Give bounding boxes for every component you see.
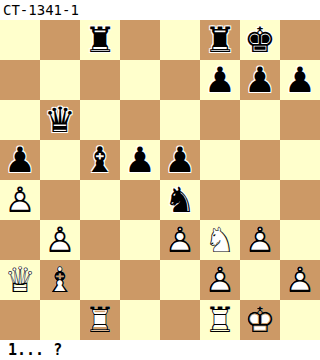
white-pawn[interactable]: ♟♙ bbox=[0, 180, 40, 220]
square-a4[interactable]: ♟♙ bbox=[0, 180, 40, 220]
square-f8[interactable]: ♜ bbox=[200, 20, 240, 60]
square-d8[interactable] bbox=[120, 20, 160, 60]
black-king[interactable]: ♚ bbox=[240, 20, 280, 60]
square-e5[interactable]: ♟ bbox=[160, 140, 200, 180]
square-d7[interactable] bbox=[120, 60, 160, 100]
square-h7[interactable]: ♟ bbox=[280, 60, 320, 100]
white-knight[interactable]: ♞♘ bbox=[200, 220, 240, 260]
square-g6[interactable] bbox=[240, 100, 280, 140]
square-g3[interactable]: ♟♙ bbox=[240, 220, 280, 260]
square-b2[interactable]: ♝♗ bbox=[40, 260, 80, 300]
white-rook[interactable]: ♜♖ bbox=[80, 300, 120, 340]
white-bishop[interactable]: ♝♗ bbox=[40, 260, 80, 300]
black-pawn[interactable]: ♟ bbox=[0, 140, 40, 180]
square-g8[interactable]: ♚ bbox=[240, 20, 280, 60]
black-pawn[interactable]: ♟ bbox=[280, 60, 320, 100]
move-prompt: 1... ? bbox=[0, 340, 320, 360]
square-f2[interactable]: ♟♙ bbox=[200, 260, 240, 300]
square-d3[interactable] bbox=[120, 220, 160, 260]
black-pawn[interactable]: ♟ bbox=[240, 60, 280, 100]
piece-outline: ♖ bbox=[200, 300, 240, 340]
square-h8[interactable] bbox=[280, 20, 320, 60]
black-rook[interactable]: ♜ bbox=[200, 20, 240, 60]
piece-outline: ♙ bbox=[280, 260, 320, 300]
square-h3[interactable] bbox=[280, 220, 320, 260]
square-h2[interactable]: ♟♙ bbox=[280, 260, 320, 300]
black-pawn[interactable]: ♟ bbox=[200, 60, 240, 100]
piece-fill: ♟ bbox=[240, 60, 280, 100]
piece-outline: ♙ bbox=[200, 260, 240, 300]
square-c6[interactable] bbox=[80, 100, 120, 140]
black-pawn[interactable]: ♟ bbox=[160, 140, 200, 180]
piece-fill: ♟ bbox=[200, 60, 240, 100]
piece-fill: ♜ bbox=[200, 20, 240, 60]
square-g2[interactable] bbox=[240, 260, 280, 300]
square-h4[interactable] bbox=[280, 180, 320, 220]
square-h6[interactable] bbox=[280, 100, 320, 140]
square-g4[interactable] bbox=[240, 180, 280, 220]
piece-fill: ♟ bbox=[0, 140, 40, 180]
square-a8[interactable] bbox=[0, 20, 40, 60]
square-f6[interactable] bbox=[200, 100, 240, 140]
piece-outline: ♔ bbox=[240, 300, 280, 340]
black-queen[interactable]: ♛ bbox=[40, 100, 80, 140]
square-d2[interactable] bbox=[120, 260, 160, 300]
square-f3[interactable]: ♞♘ bbox=[200, 220, 240, 260]
square-g1[interactable]: ♚♔ bbox=[240, 300, 280, 340]
square-b4[interactable] bbox=[40, 180, 80, 220]
square-a5[interactable]: ♟ bbox=[0, 140, 40, 180]
square-d5[interactable]: ♟ bbox=[120, 140, 160, 180]
square-e6[interactable] bbox=[160, 100, 200, 140]
piece-fill: ♟ bbox=[280, 60, 320, 100]
square-e8[interactable] bbox=[160, 20, 200, 60]
square-b3[interactable]: ♟♙ bbox=[40, 220, 80, 260]
piece-outline: ♘ bbox=[200, 220, 240, 260]
square-c7[interactable] bbox=[80, 60, 120, 100]
square-e1[interactable] bbox=[160, 300, 200, 340]
white-pawn[interactable]: ♟♙ bbox=[160, 220, 200, 260]
square-c2[interactable] bbox=[80, 260, 120, 300]
square-a2[interactable]: ♛♕ bbox=[0, 260, 40, 300]
square-e3[interactable]: ♟♙ bbox=[160, 220, 200, 260]
piece-fill: ♟ bbox=[120, 140, 160, 180]
white-pawn[interactable]: ♟♙ bbox=[200, 260, 240, 300]
piece-outline: ♙ bbox=[240, 220, 280, 260]
piece-outline: ♕ bbox=[0, 260, 40, 300]
square-a1[interactable] bbox=[0, 300, 40, 340]
square-g5[interactable] bbox=[240, 140, 280, 180]
square-a6[interactable] bbox=[0, 100, 40, 140]
square-c8[interactable]: ♜ bbox=[80, 20, 120, 60]
square-h5[interactable] bbox=[280, 140, 320, 180]
square-f5[interactable] bbox=[200, 140, 240, 180]
piece-fill: ♞ bbox=[160, 180, 200, 220]
black-bishop[interactable]: ♝ bbox=[80, 140, 120, 180]
square-c3[interactable] bbox=[80, 220, 120, 260]
square-a3[interactable] bbox=[0, 220, 40, 260]
square-b6[interactable]: ♛ bbox=[40, 100, 80, 140]
square-g7[interactable]: ♟ bbox=[240, 60, 280, 100]
piece-outline: ♙ bbox=[160, 220, 200, 260]
white-king[interactable]: ♚♔ bbox=[240, 300, 280, 340]
white-pawn[interactable]: ♟♙ bbox=[280, 260, 320, 300]
square-f7[interactable]: ♟ bbox=[200, 60, 240, 100]
chess-board: ♜♜♚♟♟♟♛♟♝♟♟♟♙♞♟♙♟♙♞♘♟♙♛♕♝♗♟♙♟♙♜♖♜♖♚♔ bbox=[0, 20, 320, 340]
white-pawn[interactable]: ♟♙ bbox=[40, 220, 80, 260]
square-c4[interactable] bbox=[80, 180, 120, 220]
white-queen[interactable]: ♛♕ bbox=[0, 260, 40, 300]
piece-outline: ♙ bbox=[40, 220, 80, 260]
square-c1[interactable]: ♜♖ bbox=[80, 300, 120, 340]
square-d1[interactable] bbox=[120, 300, 160, 340]
square-f4[interactable] bbox=[200, 180, 240, 220]
white-pawn[interactable]: ♟♙ bbox=[240, 220, 280, 260]
piece-fill: ♚ bbox=[240, 20, 280, 60]
piece-fill: ♝ bbox=[80, 140, 120, 180]
piece-fill: ♜ bbox=[80, 20, 120, 60]
square-b1[interactable] bbox=[40, 300, 80, 340]
square-b7[interactable] bbox=[40, 60, 80, 100]
square-b8[interactable] bbox=[40, 20, 80, 60]
piece-outline: ♖ bbox=[80, 300, 120, 340]
black-knight[interactable]: ♞ bbox=[160, 180, 200, 220]
piece-outline: ♙ bbox=[0, 180, 40, 220]
square-c5[interactable]: ♝ bbox=[80, 140, 120, 180]
square-d6[interactable] bbox=[120, 100, 160, 140]
black-rook[interactable]: ♜ bbox=[80, 20, 120, 60]
square-d4[interactable] bbox=[120, 180, 160, 220]
white-rook[interactable]: ♜♖ bbox=[200, 300, 240, 340]
square-b5[interactable] bbox=[40, 140, 80, 180]
piece-fill: ♟ bbox=[160, 140, 200, 180]
piece-outline: ♗ bbox=[40, 260, 80, 300]
square-f1[interactable]: ♜♖ bbox=[200, 300, 240, 340]
square-e7[interactable] bbox=[160, 60, 200, 100]
black-pawn[interactable]: ♟ bbox=[120, 140, 160, 180]
square-a7[interactable] bbox=[0, 60, 40, 100]
puzzle-id: CT-1341-1 bbox=[0, 0, 320, 20]
piece-fill: ♛ bbox=[40, 100, 80, 140]
square-e2[interactable] bbox=[160, 260, 200, 300]
square-e4[interactable]: ♞ bbox=[160, 180, 200, 220]
square-h1[interactable] bbox=[280, 300, 320, 340]
